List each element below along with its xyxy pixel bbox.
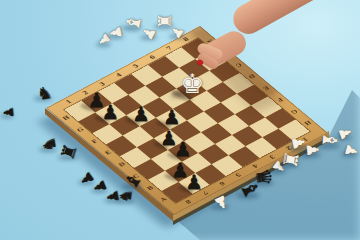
scatter-shadow <box>78 180 95 185</box>
scatter-shadow <box>211 204 229 209</box>
scatter-shadow <box>140 35 157 40</box>
scatter-shadow <box>169 34 184 38</box>
scatter-shadow <box>96 42 111 46</box>
scatter-shadow <box>288 145 306 150</box>
scatter-shadow <box>34 96 53 101</box>
scatter-shadow <box>302 152 320 157</box>
scatter-shadow <box>39 147 58 152</box>
scatter-shadow <box>122 25 143 31</box>
scatter-shadow <box>335 135 352 140</box>
scatter-shadow <box>116 198 134 203</box>
scatter-shadow <box>341 152 358 157</box>
scatter-shadow <box>91 188 108 193</box>
scene: 1827364554637281HAGBFCEDDECFBGAH ♟♟♝♟♜♟♟… <box>0 0 360 240</box>
scatter-shadow <box>236 192 259 199</box>
scatter-shadow <box>271 169 286 173</box>
scatter-shadow <box>107 34 124 39</box>
scatter-shadow <box>279 162 300 168</box>
